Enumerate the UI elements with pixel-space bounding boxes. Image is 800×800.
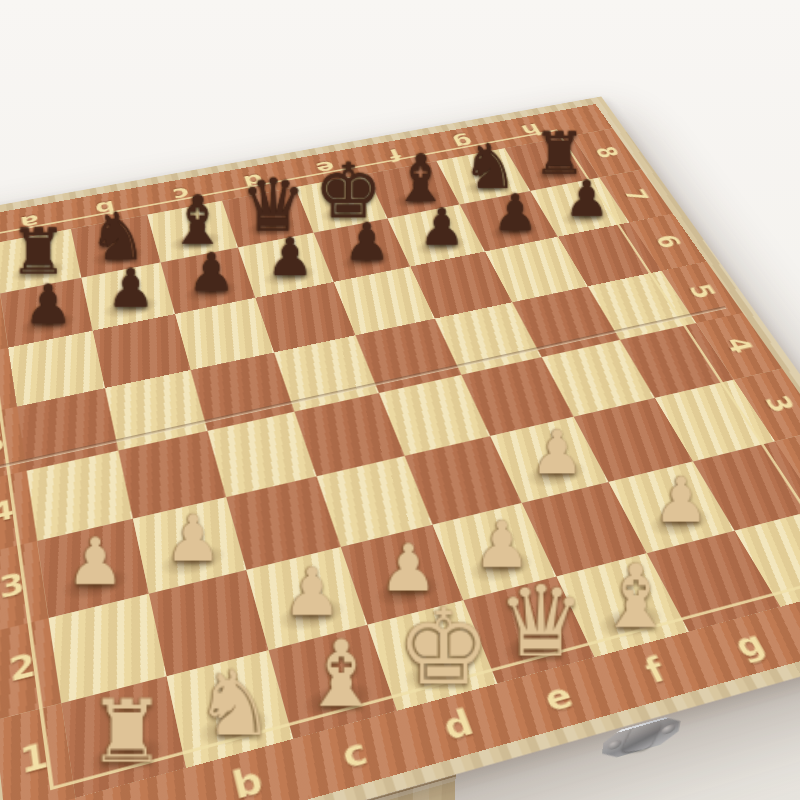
dark-pawn-glyph: ♟ bbox=[266, 231, 313, 283]
file-label-text: b bbox=[229, 759, 267, 800]
rank-label-text: 5 bbox=[682, 282, 721, 302]
dark-pawn-glyph: ♟ bbox=[492, 188, 537, 239]
file-label-text: a bbox=[120, 789, 155, 800]
rank-label-text: 5 bbox=[0, 428, 7, 460]
light-bishop-glyph: ♝ bbox=[596, 553, 675, 641]
clasp-screw-icon bbox=[660, 723, 675, 735]
dark-pawn-glyph: ♟ bbox=[564, 174, 609, 224]
board-rim: abcdefgh8♜♞♝♛♚♝♞♜87♟♟♟♟♟♟♟♟76655443♟♟♟32… bbox=[0, 96, 800, 800]
clasp-backplate bbox=[600, 712, 682, 762]
dark-pawn-glyph: ♟ bbox=[107, 262, 155, 316]
bottom-file-label-c: c bbox=[293, 711, 417, 799]
file-label-text: f bbox=[639, 651, 672, 691]
square-h2[interactable] bbox=[693, 441, 800, 530]
metal-clasp-icon bbox=[600, 712, 682, 762]
rank-label-text: 3 bbox=[0, 567, 27, 605]
chess-board-grid: abcdefgh8♜♞♝♛♚♝♞♜87♟♟♟♟♟♟♟♟76655443♟♟♟32… bbox=[0, 104, 800, 800]
rank-label-text: 4 bbox=[718, 335, 759, 356]
light-pawn-glyph: ♟ bbox=[530, 422, 584, 482]
light-king-glyph: ♚ bbox=[396, 595, 490, 700]
light-bishop-glyph: ♝ bbox=[299, 629, 381, 721]
chess-board-3d: abcdefgh8♜♞♝♛♚♝♞♜87♟♟♟♟♟♟♟♟76655443♟♟♟32… bbox=[0, 96, 800, 800]
light-rook-glyph: ♜ bbox=[88, 688, 166, 775]
light-pawn-glyph: ♟ bbox=[164, 507, 221, 571]
dark-pawn-glyph: ♟ bbox=[419, 202, 465, 253]
file-label-text: d bbox=[438, 703, 479, 748]
file-label-text: c bbox=[337, 731, 372, 777]
rank-label-text: 1 bbox=[18, 735, 51, 782]
rank-label-text: 8 bbox=[589, 145, 624, 161]
dark-pawn-glyph: ♟ bbox=[344, 216, 390, 268]
clasp-cam-lock bbox=[620, 722, 662, 753]
rank-label-text: 6 bbox=[648, 233, 686, 251]
light-queen-glyph: ♛ bbox=[497, 573, 585, 671]
dark-pawn-glyph: ♟ bbox=[24, 278, 73, 332]
photo-scene: abcdefgh8♜♞♝♛♚♝♞♜87♟♟♟♟♟♟♟♟76655443♟♟♟32… bbox=[0, 0, 800, 800]
right-rank-label-4: 4 bbox=[696, 313, 782, 380]
left-rank-label-1: 1 bbox=[0, 703, 76, 800]
light-pawn-glyph: ♟ bbox=[653, 469, 709, 531]
file-label-text: e bbox=[538, 676, 578, 720]
rank-label-text: 3 bbox=[757, 393, 800, 416]
light-pawn-glyph: ♟ bbox=[66, 529, 124, 594]
clasp-screw-icon bbox=[607, 739, 622, 751]
light-knight-glyph: ♞ bbox=[196, 658, 276, 748]
bottom-file-label-e: e bbox=[497, 657, 620, 740]
rank-label-text: 2 bbox=[7, 647, 38, 689]
file-label-text: g bbox=[728, 624, 772, 665]
rank-label-text: 4 bbox=[0, 495, 16, 530]
rank-label-text: 7 bbox=[618, 187, 654, 204]
dark-pawn-glyph: ♟ bbox=[187, 246, 235, 299]
light-pawn-glyph: ♟ bbox=[282, 559, 341, 625]
